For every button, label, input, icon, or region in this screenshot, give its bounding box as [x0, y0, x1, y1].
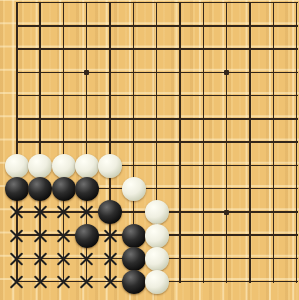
white-stone [5, 154, 29, 178]
white-stone [122, 177, 146, 201]
point-c8-r11[interactable] [169, 224, 192, 247]
territory-x-mark [102, 274, 119, 291]
point-c10-r5[interactable] [215, 84, 238, 107]
point-c10-r3[interactable] [215, 38, 238, 61]
point-c13-r10[interactable] [285, 201, 299, 224]
point-c7-r12[interactable] [145, 247, 168, 270]
point-c6-r9[interactable] [122, 177, 145, 200]
point-c2-r8[interactable] [29, 154, 52, 177]
point-c1-r2[interactable] [5, 15, 28, 38]
point-c8-r7[interactable] [169, 131, 192, 154]
point-c12-r8[interactable] [262, 154, 285, 177]
point-c2-r6[interactable] [29, 108, 52, 131]
point-c3-r1[interactable] [52, 0, 75, 15]
point-c11-r13[interactable] [239, 270, 262, 293]
territory-x-mark [78, 204, 95, 221]
point-c6-r6[interactable] [122, 108, 145, 131]
point-c2-r1[interactable] [29, 0, 52, 15]
point-c5-r11[interactable] [99, 224, 122, 247]
territory-x-mark [55, 250, 72, 267]
point-c2-r7[interactable] [29, 131, 52, 154]
point-c1-r10[interactable] [5, 201, 28, 224]
black-stone [52, 177, 76, 201]
point-c1-r4[interactable] [5, 61, 28, 84]
point-c11-r1[interactable] [239, 0, 262, 15]
point-c2-r2[interactable] [29, 15, 52, 38]
territory-x-mark [55, 274, 72, 291]
point-c12-r6[interactable] [262, 108, 285, 131]
point-c4-r1[interactable] [75, 0, 98, 15]
point-c5-r10[interactable] [99, 201, 122, 224]
point-c10-r12[interactable] [215, 247, 238, 270]
point-c13-r3[interactable] [285, 38, 299, 61]
white-stone [75, 154, 99, 178]
point-c3-r13[interactable] [52, 270, 75, 293]
point-c3-r10[interactable] [52, 201, 75, 224]
point-c1-r11[interactable] [5, 224, 28, 247]
point-c2-r9[interactable] [29, 177, 52, 200]
point-c9-r8[interactable] [192, 154, 215, 177]
point-c9-r12[interactable] [192, 247, 215, 270]
point-c10-r8[interactable] [215, 154, 238, 177]
point-c6-r13[interactable] [122, 270, 145, 293]
point-c7-r7[interactable] [145, 131, 168, 154]
white-stone [28, 154, 52, 178]
black-stone [122, 247, 146, 271]
point-c10-r1[interactable] [215, 0, 238, 15]
point-c7-r6[interactable] [145, 108, 168, 131]
point-c13-r12[interactable] [285, 247, 299, 270]
point-c5-r2[interactable] [99, 15, 122, 38]
point-c3-r11[interactable] [52, 224, 75, 247]
point-c5-r1[interactable] [99, 0, 122, 15]
point-c9-r9[interactable] [192, 177, 215, 200]
point-c8-r9[interactable] [169, 177, 192, 200]
black-stone [98, 200, 122, 224]
black-stone [28, 177, 52, 201]
point-c4-r7[interactable] [75, 131, 98, 154]
point-c3-r4[interactable] [52, 61, 75, 84]
territory-x-mark [78, 250, 95, 267]
point-c9-r13[interactable] [192, 270, 215, 293]
territory-x-mark [78, 274, 95, 291]
point-c11-r5[interactable] [239, 84, 262, 107]
point-c3-r12[interactable] [52, 247, 75, 270]
territory-x-mark [102, 250, 119, 267]
point-c11-r6[interactable] [239, 108, 262, 131]
point-c1-r1[interactable] [5, 0, 28, 15]
point-c4-r5[interactable] [75, 84, 98, 107]
point-c5-r5[interactable] [99, 84, 122, 107]
point-c6-r10[interactable] [122, 201, 145, 224]
point-c7-r4[interactable] [145, 61, 168, 84]
point-c10-r7[interactable] [215, 131, 238, 154]
point-c3-r9[interactable] [52, 177, 75, 200]
point-c7-r2[interactable] [145, 15, 168, 38]
territory-x-mark [8, 227, 25, 244]
point-c6-r4[interactable] [122, 61, 145, 84]
territory-x-mark [8, 274, 25, 291]
point-c6-r7[interactable] [122, 131, 145, 154]
point-c7-r11[interactable] [145, 224, 168, 247]
point-c13-r6[interactable] [285, 108, 299, 131]
point-c4-r4[interactable] [75, 61, 98, 84]
point-c2-r3[interactable] [29, 38, 52, 61]
point-c4-r11[interactable] [75, 224, 98, 247]
white-stone [98, 154, 122, 178]
point-c2-r4[interactable] [29, 61, 52, 84]
point-c9-r1[interactable] [192, 0, 215, 15]
point-c10-r11[interactable] [215, 224, 238, 247]
point-c12-r2[interactable] [262, 15, 285, 38]
white-stone [145, 200, 169, 224]
point-c1-r12[interactable] [5, 247, 28, 270]
point-c13-r8[interactable] [285, 154, 299, 177]
point-c1-r13[interactable] [5, 270, 28, 293]
point-c8-r12[interactable] [169, 247, 192, 270]
point-c6-r3[interactable] [122, 38, 145, 61]
point-c13-r9[interactable] [285, 177, 299, 200]
point-c7-r5[interactable] [145, 84, 168, 107]
point-c3-r2[interactable] [52, 15, 75, 38]
point-c12-r4[interactable] [262, 61, 285, 84]
point-c7-r10[interactable] [145, 201, 168, 224]
point-c5-r8[interactable] [99, 154, 122, 177]
point-c3-r5[interactable] [52, 84, 75, 107]
point-c13-r2[interactable] [285, 15, 299, 38]
point-c4-r9[interactable] [75, 177, 98, 200]
point-c11-r8[interactable] [239, 154, 262, 177]
point-c12-r12[interactable] [262, 247, 285, 270]
point-c5-r3[interactable] [99, 38, 122, 61]
point-c11-r3[interactable] [239, 38, 262, 61]
point-c6-r8[interactable] [122, 154, 145, 177]
white-stone [52, 154, 76, 178]
white-stone [145, 270, 169, 294]
point-c12-r7[interactable] [262, 131, 285, 154]
point-c1-r7[interactable] [5, 131, 28, 154]
point-c9-r7[interactable] [192, 131, 215, 154]
point-c9-r6[interactable] [192, 108, 215, 131]
point-c11-r9[interactable] [239, 177, 262, 200]
point-c7-r1[interactable] [145, 0, 168, 15]
point-c2-r10[interactable] [29, 201, 52, 224]
go-app-window [0, 0, 299, 300]
point-c4-r12[interactable] [75, 247, 98, 270]
point-c13-r7[interactable] [285, 131, 299, 154]
point-c3-r7[interactable] [52, 131, 75, 154]
point-c11-r12[interactable] [239, 247, 262, 270]
point-c12-r1[interactable] [262, 0, 285, 15]
point-c7-r3[interactable] [145, 38, 168, 61]
point-c3-r8[interactable] [52, 154, 75, 177]
point-c10-r10[interactable] [215, 201, 238, 224]
point-c12-r11[interactable] [262, 224, 285, 247]
point-c11-r7[interactable] [239, 131, 262, 154]
point-c10-r9[interactable] [215, 177, 238, 200]
point-c7-r13[interactable] [145, 270, 168, 293]
territory-x-mark [32, 227, 49, 244]
point-c13-r1[interactable] [285, 0, 299, 15]
point-c8-r4[interactable] [169, 61, 192, 84]
point-c11-r10[interactable] [239, 201, 262, 224]
point-c11-r2[interactable] [239, 15, 262, 38]
point-c9-r2[interactable] [192, 15, 215, 38]
black-stone [75, 177, 99, 201]
point-c13-r11[interactable] [285, 224, 299, 247]
territory-x-mark [102, 227, 119, 244]
white-stone [145, 224, 169, 248]
point-c1-r5[interactable] [5, 84, 28, 107]
point-c8-r8[interactable] [169, 154, 192, 177]
point-c4-r10[interactable] [75, 201, 98, 224]
point-c2-r11[interactable] [29, 224, 52, 247]
point-c3-r6[interactable] [52, 108, 75, 131]
point-c8-r1[interactable] [169, 0, 192, 15]
point-c10-r2[interactable] [215, 15, 238, 38]
point-c2-r5[interactable] [29, 84, 52, 107]
point-c11-r4[interactable] [239, 61, 262, 84]
territory-x-mark [55, 204, 72, 221]
point-c2-r13[interactable] [29, 270, 52, 293]
point-c6-r11[interactable] [122, 224, 145, 247]
point-c9-r3[interactable] [192, 38, 215, 61]
white-stone [145, 247, 169, 271]
point-c4-r6[interactable] [75, 108, 98, 131]
point-c8-r3[interactable] [169, 38, 192, 61]
go-board[interactable] [5, 0, 299, 294]
point-c5-r13[interactable] [99, 270, 122, 293]
point-c5-r9[interactable] [99, 177, 122, 200]
black-stone [122, 270, 146, 294]
black-stone [75, 224, 99, 248]
point-c8-r13[interactable] [169, 270, 192, 293]
territory-x-mark [55, 227, 72, 244]
territory-x-mark [8, 204, 25, 221]
point-c6-r2[interactable] [122, 15, 145, 38]
point-c8-r2[interactable] [169, 15, 192, 38]
point-c1-r8[interactable] [5, 154, 28, 177]
point-c9-r11[interactable] [192, 224, 215, 247]
black-stone [5, 177, 29, 201]
point-c6-r12[interactable] [122, 247, 145, 270]
point-c11-r11[interactable] [239, 224, 262, 247]
point-c8-r5[interactable] [169, 84, 192, 107]
point-c13-r5[interactable] [285, 84, 299, 107]
point-c4-r3[interactable] [75, 38, 98, 61]
point-c13-r13[interactable] [285, 270, 299, 293]
point-c9-r4[interactable] [192, 61, 215, 84]
point-c12-r3[interactable] [262, 38, 285, 61]
point-c10-r6[interactable] [215, 108, 238, 131]
point-c10-r13[interactable] [215, 270, 238, 293]
point-c1-r3[interactable] [5, 38, 28, 61]
point-c1-r9[interactable] [5, 177, 28, 200]
point-c12-r5[interactable] [262, 84, 285, 107]
territory-x-mark [8, 250, 25, 267]
point-c5-r6[interactable] [99, 108, 122, 131]
point-c6-r5[interactable] [122, 84, 145, 107]
point-c12-r10[interactable] [262, 201, 285, 224]
point-c5-r7[interactable] [99, 131, 122, 154]
point-c12-r13[interactable] [262, 270, 285, 293]
point-c8-r10[interactable] [169, 201, 192, 224]
point-c7-r9[interactable] [145, 177, 168, 200]
territory-x-mark [32, 250, 49, 267]
point-c7-r8[interactable] [145, 154, 168, 177]
point-c6-r1[interactable] [122, 0, 145, 15]
point-c5-r12[interactable] [99, 247, 122, 270]
point-c12-r9[interactable] [262, 177, 285, 200]
point-c4-r13[interactable] [75, 270, 98, 293]
point-c3-r3[interactable] [52, 38, 75, 61]
point-c4-r2[interactable] [75, 15, 98, 38]
territory-x-mark [32, 204, 49, 221]
point-c5-r4[interactable] [99, 61, 122, 84]
point-c4-r8[interactable] [75, 154, 98, 177]
point-c8-r6[interactable] [169, 108, 192, 131]
territory-x-mark [32, 274, 49, 291]
point-c13-r4[interactable] [285, 61, 299, 84]
black-stone [122, 224, 146, 248]
point-c2-r12[interactable] [29, 247, 52, 270]
point-c10-r4[interactable] [215, 61, 238, 84]
point-c9-r10[interactable] [192, 201, 215, 224]
point-c1-r6[interactable] [5, 108, 28, 131]
point-c9-r5[interactable] [192, 84, 215, 107]
